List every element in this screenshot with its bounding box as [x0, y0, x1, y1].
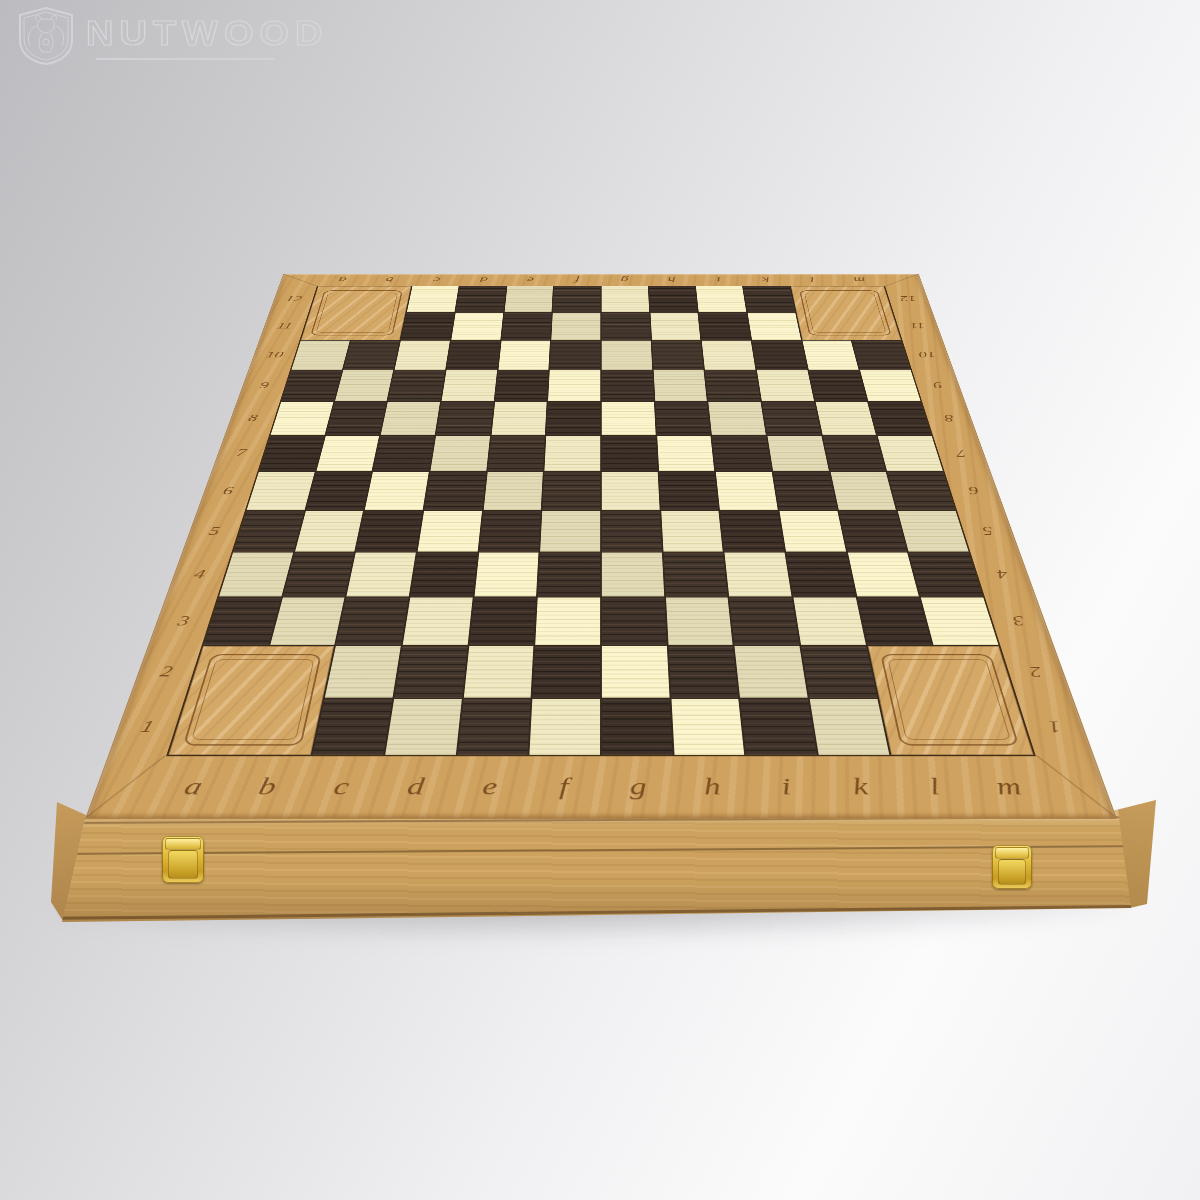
file-label-far-l: l: [788, 274, 838, 286]
square-e4: [474, 553, 538, 597]
square-m9: [860, 370, 920, 401]
file-label-far-d: d: [459, 274, 508, 286]
square-c11: [401, 313, 454, 340]
product-photo-stage: NUTWOOD abcdefghiklm abcdefghiklm 121110…: [0, 0, 1200, 1200]
file-label-i: i: [746, 756, 828, 818]
rank-label-far-10: 10: [902, 340, 953, 370]
square-k11: [748, 313, 801, 340]
square-m8: [869, 402, 932, 435]
square-k5: [779, 511, 845, 552]
board-top-surface: abcdefghiklm abcdefghiklm 12111098765432…: [85, 274, 1117, 819]
square-g4: [602, 553, 664, 597]
file-label-far-a: a: [317, 274, 368, 286]
square-i10: [702, 341, 755, 370]
file-label-f: f: [525, 756, 601, 818]
square-g1: [602, 699, 672, 755]
square-c12: [407, 286, 458, 312]
square-h11: [650, 313, 700, 340]
square-c9: [388, 370, 445, 401]
square-d1: [385, 699, 461, 755]
square-f2: [533, 646, 600, 698]
square-l8: [815, 402, 876, 435]
square-k9: [757, 370, 814, 401]
square-g9: [602, 370, 654, 401]
square-d6: [424, 472, 486, 510]
file-label-far-i: i: [694, 274, 743, 286]
square-b10: [343, 341, 400, 370]
square-a8: [271, 402, 334, 435]
square-g8: [602, 402, 656, 435]
square-c1: [313, 699, 392, 755]
square-h6: [659, 472, 719, 510]
square-i2: [735, 646, 808, 698]
square-k4: [786, 553, 855, 597]
brand-name: NUTWOOD: [86, 16, 329, 50]
square-a6: [247, 472, 315, 510]
square-g5: [602, 511, 662, 552]
square-f11: [552, 313, 601, 340]
square-i7: [712, 436, 771, 471]
file-label-g: g: [601, 756, 677, 818]
square-e12: [504, 286, 553, 312]
square-l6: [830, 472, 896, 510]
square-a7: [259, 436, 324, 471]
file-label-far-k: k: [741, 274, 790, 286]
square-e1: [457, 699, 530, 755]
square-e6: [483, 472, 543, 510]
square-g10: [602, 341, 652, 370]
square-i4: [725, 553, 792, 597]
frame-miter-joint: [283, 274, 317, 286]
plate-engraving-inner: [804, 293, 886, 333]
square-e9: [495, 370, 549, 401]
square-e10: [498, 341, 550, 370]
file-label-d: d: [374, 756, 456, 818]
file-label-far-g: g: [601, 274, 648, 286]
square-k6: [773, 472, 837, 510]
square-c6: [365, 472, 429, 510]
square-b4: [283, 553, 355, 597]
file-label-c: c: [298, 756, 384, 818]
rank-label-far-9: 9: [912, 370, 965, 402]
square-e11: [501, 313, 551, 340]
corner-plate-l11-m12: [791, 286, 901, 340]
square-f1: [530, 699, 600, 755]
square-b8: [326, 402, 387, 435]
square-b6: [306, 472, 372, 510]
file-label-far-f: f: [554, 274, 601, 286]
square-a9: [281, 370, 341, 401]
square-e7: [488, 436, 546, 471]
square-h2: [668, 646, 738, 698]
square-i6: [716, 472, 778, 510]
corner-plate-a11-b12: [301, 286, 411, 340]
square-f3: [535, 598, 600, 645]
square-f10: [550, 341, 600, 370]
file-label-e: e: [449, 756, 528, 818]
rank-label-far-12: 12: [885, 286, 932, 312]
square-k12: [743, 286, 794, 312]
square-h9: [653, 370, 707, 401]
file-labels-bottom: abcdefghiklm: [146, 756, 1056, 818]
square-c2: [325, 646, 401, 698]
square-l7: [823, 436, 886, 471]
square-m5: [898, 511, 969, 552]
square-k3: [793, 598, 865, 645]
rank-label-far-11: 11: [893, 312, 942, 340]
square-i5: [720, 511, 784, 552]
square-c8: [381, 402, 440, 435]
square-k8: [762, 402, 821, 435]
brand-underline: [96, 58, 274, 60]
square-m6: [888, 472, 956, 510]
square-c10: [395, 341, 450, 370]
square-e2: [464, 646, 534, 698]
square-c4: [347, 553, 416, 597]
square-f12: [553, 286, 600, 312]
square-i11: [699, 313, 751, 340]
square-m10: [852, 341, 910, 370]
square-a4: [219, 553, 293, 597]
file-label-far-m: m: [834, 274, 885, 286]
square-d5: [418, 511, 482, 552]
brand-logo: NUTWOOD: [14, 6, 329, 66]
square-c3: [336, 598, 408, 645]
square-l4: [848, 553, 920, 597]
square-g2: [602, 646, 669, 698]
board-grid: [166, 286, 1036, 757]
square-k7: [767, 436, 828, 471]
square-e8: [491, 402, 547, 435]
square-h4: [663, 553, 727, 597]
square-a3: [204, 598, 281, 645]
square-k1: [810, 699, 889, 755]
square-k10: [752, 341, 807, 370]
square-c5: [356, 511, 422, 552]
square-h8: [655, 402, 711, 435]
square-h10: [652, 341, 704, 370]
square-h12: [649, 286, 698, 312]
square-f9: [548, 370, 600, 401]
square-f8: [547, 402, 601, 435]
plate-engraving-inner: [316, 293, 398, 333]
shield-squirrel-icon: [14, 6, 78, 66]
square-d11: [451, 313, 503, 340]
square-g3: [602, 598, 667, 645]
file-label-far-c: c: [412, 274, 461, 286]
square-a5: [233, 511, 304, 552]
square-b9: [335, 370, 394, 401]
square-f4: [538, 553, 600, 597]
square-g6: [602, 472, 660, 510]
square-f6: [543, 472, 601, 510]
square-e5: [479, 511, 541, 552]
square-f5: [540, 511, 600, 552]
square-g7: [602, 436, 658, 471]
file-label-b: b: [222, 756, 311, 818]
square-b5: [295, 511, 364, 552]
square-i9: [705, 370, 760, 401]
square-d2: [394, 646, 467, 698]
square-h7: [657, 436, 715, 471]
square-a10: [291, 341, 349, 370]
square-m7: [878, 436, 943, 471]
square-k2: [801, 646, 877, 698]
file-label-m: m: [963, 756, 1055, 818]
square-i12: [696, 286, 746, 312]
square-i8: [709, 402, 766, 435]
square-b3: [270, 598, 345, 645]
square-g12: [602, 286, 649, 312]
square-d8: [436, 402, 493, 435]
square-l10: [802, 341, 859, 370]
square-i3: [730, 598, 800, 645]
square-b7: [316, 436, 379, 471]
file-label-far-e: e: [506, 274, 554, 286]
file-label-far-b: b: [364, 274, 414, 286]
square-d4: [410, 553, 477, 597]
square-l9: [809, 370, 868, 401]
file-label-h: h: [673, 756, 752, 818]
square-c7: [373, 436, 434, 471]
file-labels-top: abcdefghiklm: [317, 274, 885, 286]
square-l5: [839, 511, 908, 552]
file-label-k: k: [818, 756, 904, 818]
square-h1: [671, 699, 744, 755]
square-h3: [666, 598, 733, 645]
square-d7: [430, 436, 489, 471]
square-g11: [602, 313, 651, 340]
square-h5: [661, 511, 723, 552]
brass-latch-left: [162, 836, 204, 883]
square-i1: [740, 699, 816, 755]
square-d9: [442, 370, 497, 401]
square-l3: [857, 598, 932, 645]
file-label-far-h: h: [648, 274, 696, 286]
square-e3: [469, 598, 536, 645]
square-f7: [545, 436, 601, 471]
frame-miter-joint: [885, 274, 919, 286]
brass-latch-right: [992, 845, 1032, 889]
square-d10: [447, 341, 500, 370]
square-d3: [403, 598, 473, 645]
square-d12: [456, 286, 506, 312]
